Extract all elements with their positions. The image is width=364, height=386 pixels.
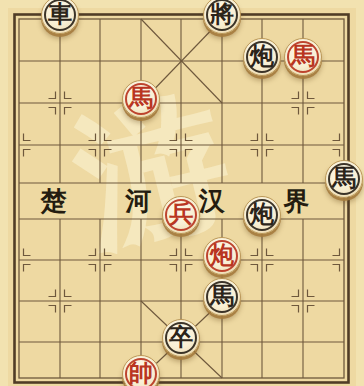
piece-glyph: 車 (48, 2, 72, 26)
piece-black-cannon[interactable]: 炮 (243, 196, 281, 234)
piece-black-soldier[interactable]: 卒 (162, 319, 200, 357)
piece-glyph: 炮 (250, 44, 274, 68)
piece-red-general[interactable]: 帥 (122, 355, 160, 386)
piece-black-horse[interactable]: 馬 (325, 160, 363, 198)
piece-black-horse[interactable]: 馬 (203, 278, 241, 316)
piece-black-cannon[interactable]: 炮 (243, 38, 281, 76)
piece-glyph: 炮 (250, 202, 274, 226)
piece-glyph: 馬 (210, 284, 234, 308)
piece-glyph: 將 (210, 2, 234, 26)
piece-red-horse[interactable]: 馬 (122, 80, 160, 118)
piece-red-cannon[interactable]: 炮 (203, 237, 241, 275)
piece-glyph: 馬 (291, 44, 315, 68)
piece-glyph: 兵 (169, 202, 193, 226)
piece-glyph: 馬 (332, 166, 356, 190)
piece-red-soldier[interactable]: 兵 (162, 196, 200, 234)
piece-glyph: 馬 (129, 86, 153, 110)
piece-glyph: 卒 (169, 325, 193, 349)
xiangqi-board[interactable]: 游 楚 河 汉 界 車將炮馬馬馬兵炮炮馬卒帥 (0, 0, 364, 386)
piece-glyph: 炮 (210, 243, 234, 267)
piece-red-horse[interactable]: 馬 (284, 38, 322, 76)
piece-glyph: 帥 (129, 361, 153, 385)
river-label-left: 楚 河 (15, 184, 178, 219)
